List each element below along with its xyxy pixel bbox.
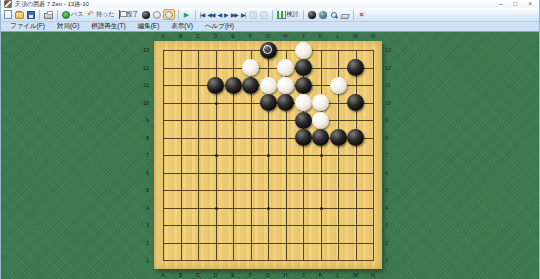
back-10-button[interactable]: ◀◀	[206, 9, 215, 20]
forward-1-button[interactable]: ▶	[223, 9, 229, 20]
pass-icon	[62, 11, 70, 19]
pass-button[interactable]: パス	[61, 9, 84, 20]
stone-white-H11	[277, 77, 294, 94]
col-label-top: J	[297, 33, 309, 40]
row-label-right: 12	[385, 65, 405, 72]
delete-button[interactable]: ×	[357, 9, 367, 20]
col-label-top: H	[280, 33, 292, 40]
menu-item-2[interactable]: 棋譜再生(T)	[85, 22, 131, 31]
col-label-top: C	[192, 33, 204, 40]
col-label-top: M	[350, 33, 362, 40]
forward-10-button-glyph: ▶▶	[231, 11, 238, 18]
back-1-button[interactable]: ◀	[216, 9, 222, 20]
minimize-button[interactable]: –	[499, 0, 503, 8]
folder-icon	[15, 12, 24, 19]
new-button[interactable]	[3, 9, 13, 20]
stone-black-M10	[347, 94, 364, 111]
play-icon: ▶	[183, 10, 191, 19]
star-point	[320, 207, 323, 210]
page-icon	[4, 10, 12, 19]
stone-black-J11	[295, 77, 312, 94]
star-point	[215, 102, 218, 105]
row-label-left: 4	[129, 205, 149, 212]
stone-white-F12	[242, 59, 259, 76]
hint-button[interactable]	[163, 9, 175, 20]
col-label-bottom: L	[332, 272, 344, 279]
bstone-icon	[308, 11, 316, 19]
resign-button-label: 投了	[127, 10, 139, 19]
analyze-button[interactable]: 検討	[276, 9, 300, 20]
grid-line-v	[356, 50, 357, 261]
globe-icon	[319, 11, 327, 19]
comment-tool[interactable]	[259, 9, 269, 20]
resign-button[interactable]: 投了	[117, 9, 140, 20]
app-window: 天頂の囲碁 7 Zen - 13路-10 – □ × パス↶待った投了▶|◀◀◀…	[0, 0, 540, 279]
board-area: AA1313BB1212CC1111DD1010EE99FF88GG77HH66…	[1, 32, 539, 279]
maximize-button[interactable]: □	[513, 0, 517, 8]
toolbar-separator	[303, 10, 304, 20]
stone-white-L11	[330, 77, 347, 94]
row-label-left: 6	[129, 170, 149, 177]
star-point	[267, 154, 270, 157]
grid-line-h	[163, 243, 374, 244]
analyze-icon	[277, 11, 286, 19]
col-label-bottom: B	[175, 272, 187, 279]
title-bar: 天頂の囲碁 7 Zen - 13路-10 – □ ×	[1, 0, 539, 8]
menu-item-3[interactable]: 編集(E)	[132, 22, 166, 31]
close-icon: ×	[358, 10, 366, 19]
last-move-button-glyph: ▶|	[241, 11, 246, 18]
col-label-bottom: E	[227, 272, 239, 279]
toolbar-separator	[178, 10, 179, 20]
white-stone-tool[interactable]	[152, 9, 162, 20]
star-point	[267, 207, 270, 210]
col-label-top: G	[262, 33, 274, 40]
toolbar-separator	[57, 10, 58, 20]
estimate-button[interactable]	[318, 9, 328, 20]
toolbar-separator	[353, 10, 354, 20]
row-label-right: 8	[385, 135, 405, 142]
stone-black-D11	[207, 77, 224, 94]
close-button[interactable]: ×	[528, 0, 532, 8]
stone-white-H12	[277, 59, 294, 76]
col-label-top: K	[315, 33, 327, 40]
eraser-icon	[340, 14, 349, 19]
row-label-left: 11	[129, 82, 149, 89]
grid-line-h	[163, 173, 374, 174]
toolbar-separator	[272, 10, 273, 20]
stone-black-L8	[330, 129, 347, 146]
undo-icon: ↶	[86, 10, 95, 19]
col-label-top: D	[210, 33, 222, 40]
row-label-right: 5	[385, 187, 405, 194]
star-point	[320, 154, 323, 157]
stone-black-E11	[225, 77, 242, 94]
grid-line-h	[163, 190, 374, 191]
row-label-left: 3	[129, 222, 149, 229]
col-label-top: E	[227, 33, 239, 40]
mag-icon	[331, 12, 337, 18]
erase-button[interactable]	[340, 9, 350, 20]
menu-item-5[interactable]: ヘルプ(H)	[199, 22, 240, 31]
analyze-button-label: 検討	[287, 10, 299, 19]
toolbar: パス↶待った投了▶|◀◀◀◀▶▶▶▶|検討×	[1, 8, 539, 22]
row-label-right: 10	[385, 100, 405, 107]
row-label-left: 2	[129, 240, 149, 247]
grid-line-h	[163, 260, 374, 261]
gray-icon	[260, 11, 268, 19]
gray-icon	[249, 11, 257, 19]
row-label-left: 10	[129, 100, 149, 107]
resign-icon	[118, 10, 126, 19]
stone-white-J10	[295, 94, 312, 111]
row-label-right: 13	[385, 47, 405, 54]
col-label-bottom: H	[280, 272, 292, 279]
floppy-icon	[27, 11, 35, 19]
play-button[interactable]: ▶	[182, 9, 192, 20]
stone-black-M8	[347, 129, 364, 146]
grid-line-v	[373, 50, 374, 261]
save-button[interactable]	[26, 9, 36, 20]
first-move-button[interactable]: |◀	[199, 9, 206, 20]
stone-black-J9	[295, 112, 312, 129]
stone-white-G11	[260, 77, 277, 94]
stone-white-K9	[312, 112, 329, 129]
stone-black-H10	[277, 94, 294, 111]
row-label-right: 3	[385, 222, 405, 229]
col-label-top: N	[367, 33, 379, 40]
col-label-bottom: F	[245, 272, 257, 279]
toolbar-separator	[39, 10, 40, 20]
col-label-bottom: N	[367, 272, 379, 279]
zoom-button[interactable]	[329, 9, 339, 20]
stone-black-G10	[260, 94, 277, 111]
row-label-left: 9	[129, 117, 149, 124]
menu-bar: ファイル(F)対局(G)棋譜再生(T)編集(E)表示(V)ヘルプ(H)	[1, 22, 539, 32]
row-label-right: 7	[385, 152, 405, 159]
goban[interactable]	[154, 41, 382, 269]
territory-button[interactable]	[307, 9, 317, 20]
row-label-left: 7	[129, 152, 149, 159]
stone-black-K8	[312, 129, 329, 146]
app-icon	[4, 0, 12, 8]
row-label-right: 1	[385, 257, 405, 264]
stone-white-J13	[295, 42, 312, 59]
branch-tool[interactable]	[248, 9, 258, 20]
row-label-right: 11	[385, 82, 405, 89]
first-move-button-glyph: |◀	[200, 11, 205, 18]
stone-black-M12	[347, 59, 364, 76]
row-label-left: 1	[129, 257, 149, 264]
bstone-icon	[142, 11, 150, 19]
toolbar-separator	[195, 10, 196, 20]
row-label-right: 9	[385, 117, 405, 124]
printer-icon	[44, 13, 53, 19]
back-1-button-glyph: ◀	[217, 11, 221, 18]
menu-item-1[interactable]: 対局(G)	[51, 22, 85, 31]
forward-10-button[interactable]: ▶▶	[230, 9, 239, 20]
row-label-left: 5	[129, 187, 149, 194]
black-stone-tool[interactable]	[141, 9, 151, 20]
back-10-button-glyph: ◀◀	[207, 11, 214, 18]
col-label-bottom: C	[192, 272, 204, 279]
window-title: 天頂の囲碁 7 Zen - 13路-10	[15, 0, 89, 9]
undo-button[interactable]: ↶待った	[85, 9, 115, 20]
stone-black-J8	[295, 129, 312, 146]
col-label-bottom: A	[157, 272, 169, 279]
undo-button-label: 待った	[96, 10, 114, 19]
col-label-top: A	[157, 33, 169, 40]
col-label-bottom: M	[350, 272, 362, 279]
col-label-bottom: J	[297, 272, 309, 279]
col-label-bottom: G	[262, 272, 274, 279]
last-move-button[interactable]: ▶|	[240, 9, 247, 20]
forward-1-button-glyph: ▶	[224, 11, 228, 18]
row-label-left: 12	[129, 65, 149, 72]
row-label-left: 8	[129, 135, 149, 142]
col-label-top: F	[245, 33, 257, 40]
grid-line-h	[163, 225, 374, 226]
col-label-top: L	[332, 33, 344, 40]
col-label-bottom: K	[315, 272, 327, 279]
star-point	[215, 207, 218, 210]
menu-item-0[interactable]: ファイル(F)	[4, 22, 51, 31]
last-move-marker	[263, 45, 272, 54]
stone-white-K10	[312, 94, 329, 111]
row-label-right: 4	[385, 205, 405, 212]
row-label-left: 13	[129, 47, 149, 54]
row-label-right: 6	[385, 170, 405, 177]
menu-item-4[interactable]: 表示(V)	[165, 22, 199, 31]
print-button[interactable]	[43, 9, 54, 20]
pass-button-label: パス	[71, 10, 83, 19]
stone-black-F11	[242, 77, 259, 94]
star-point	[215, 154, 218, 157]
row-label-right: 2	[385, 240, 405, 247]
open-button[interactable]	[14, 9, 25, 20]
wstone-icon	[165, 11, 173, 19]
stone-black-J12	[295, 59, 312, 76]
col-label-top: B	[175, 33, 187, 40]
window-controls: – □ ×	[499, 0, 536, 8]
wstone-icon	[153, 11, 161, 19]
col-label-bottom: D	[210, 272, 222, 279]
